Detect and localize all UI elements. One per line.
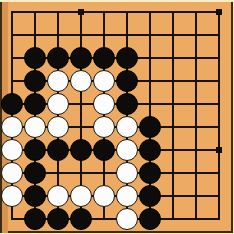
black-stone[interactable] [70,208,92,230]
black-stone[interactable] [93,47,115,69]
white-stone[interactable] [93,70,115,92]
go-board[interactable] [0,0,234,234]
white-stone[interactable] [47,185,69,207]
black-stone[interactable] [70,47,92,69]
black-stone[interactable] [139,162,161,184]
white-stone[interactable] [70,185,92,207]
star-point [78,9,84,15]
grid-line-horizontal [11,11,220,13]
white-stone[interactable] [116,162,138,184]
black-stone[interactable] [24,162,46,184]
white-stone[interactable] [70,70,92,92]
black-stone[interactable] [24,208,46,230]
black-stone[interactable] [24,47,46,69]
black-stone[interactable] [24,93,46,115]
white-stone[interactable] [24,116,46,138]
white-stone[interactable] [116,185,138,207]
white-stone[interactable] [1,185,23,207]
grid-line-vertical [218,11,220,220]
black-stone[interactable] [116,93,138,115]
white-stone[interactable] [116,208,138,230]
black-stone[interactable] [24,185,46,207]
grid-line-vertical [195,11,197,220]
black-stone[interactable] [139,139,161,161]
grid-line-horizontal [11,34,220,36]
white-stone[interactable] [47,70,69,92]
black-stone[interactable] [139,116,161,138]
white-stone[interactable] [93,116,115,138]
grid-line-vertical [172,11,174,220]
black-stone[interactable] [1,93,23,115]
black-stone[interactable] [70,139,92,161]
black-stone[interactable] [47,139,69,161]
black-stone[interactable] [116,70,138,92]
white-stone[interactable] [116,139,138,161]
white-stone[interactable] [47,93,69,115]
white-stone[interactable] [116,116,138,138]
black-stone[interactable] [24,70,46,92]
black-stone[interactable] [93,139,115,161]
star-point [216,9,222,15]
black-stone[interactable] [24,139,46,161]
black-stone[interactable] [139,185,161,207]
white-stone[interactable] [1,139,23,161]
star-point [216,147,222,153]
white-stone[interactable] [93,185,115,207]
white-stone[interactable] [1,116,23,138]
black-stone[interactable] [139,208,161,230]
white-stone[interactable] [47,116,69,138]
black-stone[interactable] [47,47,69,69]
black-stone[interactable] [47,208,69,230]
white-stone[interactable] [93,93,115,115]
white-stone[interactable] [1,162,23,184]
black-stone[interactable] [116,47,138,69]
